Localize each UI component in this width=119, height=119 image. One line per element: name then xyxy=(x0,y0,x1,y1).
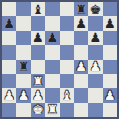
square-g6[interactable]: ♟ xyxy=(88,31,102,45)
square-b2[interactable]: ♟ xyxy=(16,88,30,102)
black-pawn-icon: ♟ xyxy=(32,31,44,44)
square-h5[interactable] xyxy=(103,45,117,59)
square-g8[interactable]: ♚ xyxy=(88,2,102,16)
white-pawn-icon: ♟ xyxy=(75,60,87,73)
square-h3[interactable] xyxy=(103,74,117,88)
square-a8[interactable] xyxy=(2,2,16,16)
square-b3[interactable] xyxy=(16,74,30,88)
square-e3[interactable] xyxy=(60,74,74,88)
square-e8[interactable] xyxy=(60,2,74,16)
square-f2[interactable] xyxy=(74,88,88,102)
square-h2[interactable]: ♟ xyxy=(103,88,117,102)
square-b8[interactable] xyxy=(16,2,30,16)
square-e5[interactable] xyxy=(60,45,74,59)
square-g5[interactable] xyxy=(88,45,102,59)
square-b1[interactable] xyxy=(16,103,30,117)
square-h4[interactable] xyxy=(103,60,117,74)
square-h1[interactable] xyxy=(103,103,117,117)
square-b4[interactable]: ♜ xyxy=(16,60,30,74)
black-pawn-icon: ♟ xyxy=(46,31,58,44)
square-d4[interactable] xyxy=(45,60,59,74)
square-e7[interactable] xyxy=(60,16,74,30)
square-d1[interactable]: ♜ xyxy=(45,103,59,117)
square-c3[interactable]: ♜ xyxy=(31,74,45,88)
square-a2[interactable]: ♟ xyxy=(2,88,16,102)
square-f8[interactable]: ♜ xyxy=(74,2,88,16)
white-bishop-icon: ♝ xyxy=(61,88,73,101)
black-pawn-icon: ♟ xyxy=(3,17,15,30)
square-f3[interactable] xyxy=(74,74,88,88)
chess-board-grid: ♝♜♚♟♟♟♟♟♟♜♟♟♜♟♟♟♝♟♚♜ xyxy=(2,2,117,117)
black-rook-icon: ♜ xyxy=(75,2,87,15)
square-d3[interactable] xyxy=(45,74,59,88)
square-f6[interactable] xyxy=(74,31,88,45)
square-g7[interactable] xyxy=(88,16,102,30)
square-e2[interactable]: ♝ xyxy=(60,88,74,102)
square-g3[interactable] xyxy=(88,74,102,88)
square-d2[interactable] xyxy=(45,88,59,102)
square-d5[interactable] xyxy=(45,45,59,59)
white-pawn-icon: ♟ xyxy=(18,88,30,101)
black-king-icon: ♚ xyxy=(90,2,102,15)
black-pawn-icon: ♟ xyxy=(90,31,102,44)
square-a3[interactable] xyxy=(2,74,16,88)
black-rook-icon: ♜ xyxy=(18,60,30,73)
square-h8[interactable] xyxy=(103,2,117,16)
square-f5[interactable] xyxy=(74,45,88,59)
square-f1[interactable] xyxy=(74,103,88,117)
square-a4[interactable] xyxy=(2,60,16,74)
square-h6[interactable] xyxy=(103,31,117,45)
chess-board: ♝♜♚♟♟♟♟♟♟♜♟♟♜♟♟♟♝♟♚♜ xyxy=(0,0,119,119)
square-d6[interactable]: ♟ xyxy=(45,31,59,45)
white-pawn-icon: ♟ xyxy=(32,88,44,101)
square-b7[interactable] xyxy=(16,16,30,30)
square-a6[interactable] xyxy=(2,31,16,45)
white-rook-icon: ♜ xyxy=(46,103,58,116)
square-d8[interactable] xyxy=(45,2,59,16)
square-a7[interactable]: ♟ xyxy=(2,16,16,30)
white-pawn-icon: ♟ xyxy=(90,60,102,73)
black-pawn-icon: ♟ xyxy=(75,17,87,30)
black-bishop-icon: ♝ xyxy=(32,2,44,15)
square-e1[interactable] xyxy=(60,103,74,117)
square-f7[interactable]: ♟ xyxy=(74,16,88,30)
square-c1[interactable]: ♚ xyxy=(31,103,45,117)
square-a5[interactable] xyxy=(2,45,16,59)
white-pawn-icon: ♟ xyxy=(104,88,116,101)
square-c7[interactable] xyxy=(31,16,45,30)
white-rook-icon: ♜ xyxy=(32,74,44,87)
square-g2[interactable] xyxy=(88,88,102,102)
square-g4[interactable]: ♟ xyxy=(88,60,102,74)
square-a1[interactable] xyxy=(2,103,16,117)
square-b6[interactable] xyxy=(16,31,30,45)
square-c2[interactable]: ♟ xyxy=(31,88,45,102)
square-b5[interactable] xyxy=(16,45,30,59)
square-c5[interactable] xyxy=(31,45,45,59)
white-king-icon: ♚ xyxy=(32,103,44,116)
square-c4[interactable] xyxy=(31,60,45,74)
square-e4[interactable] xyxy=(60,60,74,74)
white-pawn-icon: ♟ xyxy=(3,88,15,101)
square-d7[interactable] xyxy=(45,16,59,30)
square-f4[interactable]: ♟ xyxy=(74,60,88,74)
square-c8[interactable]: ♝ xyxy=(31,2,45,16)
square-h7[interactable]: ♟ xyxy=(103,16,117,30)
square-g1[interactable] xyxy=(88,103,102,117)
square-e6[interactable] xyxy=(60,31,74,45)
black-pawn-icon: ♟ xyxy=(104,17,116,30)
square-c6[interactable]: ♟ xyxy=(31,31,45,45)
